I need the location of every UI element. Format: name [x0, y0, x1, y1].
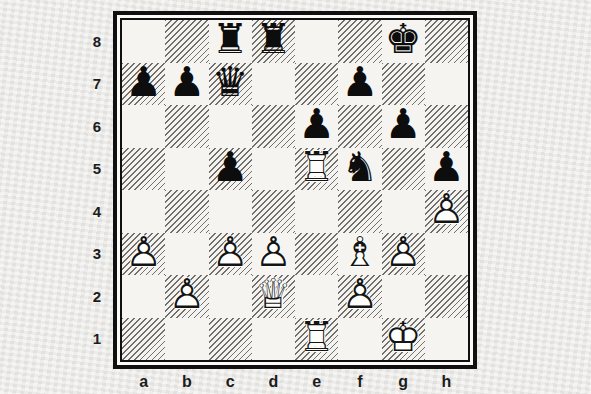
black-king-icon: ♚: [385, 19, 422, 60]
square-d5: [252, 148, 295, 191]
square-a7: ♟: [122, 63, 165, 106]
square-h1: [425, 318, 468, 361]
white-pawn-icon: ♙: [168, 274, 205, 315]
black-king-g8: ♚: [382, 20, 425, 63]
board-frame: ♜♜♚♟♟♛♟♟♟♟♜♖♞♟♟♙♟♙♟♙♟♙♝♗♟♙♟♙♛♕♟♙♜♖♚♔: [113, 11, 477, 369]
square-f8: [338, 20, 381, 63]
square-g1: ♚♔: [382, 318, 425, 361]
white-pawn-fill-icon: ♟: [255, 232, 292, 273]
square-c3: ♟♙: [209, 233, 252, 276]
square-e5: ♜♖: [295, 148, 338, 191]
square-a5: [122, 148, 165, 191]
square-g8: ♚: [382, 20, 425, 63]
square-c6: [209, 105, 252, 148]
white-pawn-fill-icon: ♟: [385, 232, 422, 273]
white-bishop-icon: ♗: [341, 232, 378, 273]
black-pawn-g6: ♟: [382, 105, 425, 148]
file-label-b: b: [165, 371, 208, 393]
square-b5: [165, 148, 208, 191]
square-a8: [122, 20, 165, 63]
white-pawn-fill-icon: ♟: [125, 232, 162, 273]
white-pawn-h4: ♟♙: [425, 190, 468, 233]
white-rook-fill-icon: ♜: [298, 317, 335, 358]
white-pawn-fill-icon: ♟: [341, 274, 378, 315]
scanned-chess-diagram: 87654321 ♜♜♚♟♟♛♟♟♟♟♜♖♞♟♟♙♟♙♟♙♟♙♝♗♟♙♟♙♛♕♟…: [0, 0, 591, 394]
file-label-f: f: [338, 371, 381, 393]
rank-label-6: 6: [84, 105, 110, 148]
square-d1: [252, 318, 295, 361]
white-pawn-fill-icon: ♟: [212, 232, 249, 273]
black-pawn-icon: ♟: [341, 62, 378, 103]
white-pawn-icon: ♙: [212, 232, 249, 273]
square-c7: ♛: [209, 63, 252, 106]
rank-label-4: 4: [84, 190, 110, 233]
square-g4: [382, 190, 425, 233]
square-g5: [382, 148, 425, 191]
white-king-fill-icon: ♚: [385, 317, 422, 358]
black-rook-icon: ♜: [255, 19, 292, 60]
square-b3: [165, 233, 208, 276]
square-f7: ♟: [338, 63, 381, 106]
square-c4: [209, 190, 252, 233]
square-b8: [165, 20, 208, 63]
square-f6: [338, 105, 381, 148]
white-pawn-d3: ♟♙: [252, 233, 295, 276]
square-a2: [122, 275, 165, 318]
square-f2: ♟♙: [338, 275, 381, 318]
square-e7: [295, 63, 338, 106]
white-rook-e1: ♜♖: [295, 318, 338, 361]
white-pawn-fill-icon: ♟: [428, 189, 465, 230]
square-d3: ♟♙: [252, 233, 295, 276]
white-pawn-icon: ♙: [341, 274, 378, 315]
black-pawn-e6: ♟: [295, 105, 338, 148]
white-rook-icon: ♖: [298, 147, 335, 188]
square-a1: [122, 318, 165, 361]
white-pawn-icon: ♙: [255, 232, 292, 273]
white-rook-e5: ♜♖: [295, 148, 338, 191]
square-g7: [382, 63, 425, 106]
square-f3: ♝♗: [338, 233, 381, 276]
white-bishop-f3: ♝♗: [338, 233, 381, 276]
square-e3: [295, 233, 338, 276]
black-rook-d8: ♜: [252, 20, 295, 63]
black-knight-icon: ♞: [341, 147, 378, 188]
white-rook-icon: ♖: [298, 317, 335, 358]
rank-label-3: 3: [84, 233, 110, 276]
rank-label-5: 5: [84, 148, 110, 191]
square-h3: [425, 233, 468, 276]
white-queen-d2: ♛♕: [252, 275, 295, 318]
white-pawn-f2: ♟♙: [338, 275, 381, 318]
black-pawn-icon: ♟: [298, 104, 335, 145]
file-label-d: d: [252, 371, 295, 393]
white-pawn-icon: ♙: [428, 189, 465, 230]
square-a4: [122, 190, 165, 233]
square-f1: [338, 318, 381, 361]
square-d4: [252, 190, 295, 233]
white-queen-icon: ♕: [255, 274, 292, 315]
square-c1: [209, 318, 252, 361]
square-b7: ♟: [165, 63, 208, 106]
black-pawn-icon: ♟: [168, 62, 205, 103]
file-label-c: c: [209, 371, 252, 393]
rank-labels: 87654321: [84, 20, 110, 360]
black-pawn-a7: ♟: [122, 63, 165, 106]
square-h4: ♟♙: [425, 190, 468, 233]
white-pawn-b2: ♟♙: [165, 275, 208, 318]
black-knight-f5: ♞: [338, 148, 381, 191]
square-h6: [425, 105, 468, 148]
black-pawn-icon: ♟: [428, 147, 465, 188]
black-queen-c7: ♛: [209, 63, 252, 106]
black-pawn-h5: ♟: [425, 148, 468, 191]
black-pawn-icon: ♟: [212, 147, 249, 188]
square-h7: [425, 63, 468, 106]
square-d8: ♜: [252, 20, 295, 63]
file-label-e: e: [295, 371, 338, 393]
white-pawn-icon: ♙: [125, 232, 162, 273]
file-label-h: h: [425, 371, 468, 393]
white-pawn-a3: ♟♙: [122, 233, 165, 276]
square-c5: ♟: [209, 148, 252, 191]
square-c2: [209, 275, 252, 318]
black-rook-c8: ♜: [209, 20, 252, 63]
square-d6: [252, 105, 295, 148]
white-king-g1: ♚♔: [382, 318, 425, 361]
square-d2: ♛♕: [252, 275, 295, 318]
square-a6: [122, 105, 165, 148]
file-labels: abcdefgh: [122, 371, 468, 393]
file-label-g: g: [382, 371, 425, 393]
rank-label-1: 1: [84, 318, 110, 361]
square-b6: [165, 105, 208, 148]
square-e1: ♜♖: [295, 318, 338, 361]
white-queen-fill-icon: ♛: [255, 274, 292, 315]
square-c8: ♜: [209, 20, 252, 63]
rank-label-7: 7: [84, 63, 110, 106]
square-e2: [295, 275, 338, 318]
square-d7: [252, 63, 295, 106]
white-rook-fill-icon: ♜: [298, 147, 335, 188]
black-queen-icon: ♛: [212, 62, 249, 103]
white-pawn-g3: ♟♙: [382, 233, 425, 276]
board-grid: ♜♜♚♟♟♛♟♟♟♟♜♖♞♟♟♙♟♙♟♙♟♙♝♗♟♙♟♙♛♕♟♙♜♖♚♔: [120, 18, 470, 362]
square-g2: [382, 275, 425, 318]
black-pawn-icon: ♟: [125, 62, 162, 103]
black-pawn-c5: ♟: [209, 148, 252, 191]
black-rook-icon: ♜: [212, 19, 249, 60]
square-h2: [425, 275, 468, 318]
square-a3: ♟♙: [122, 233, 165, 276]
square-b2: ♟♙: [165, 275, 208, 318]
square-e6: ♟: [295, 105, 338, 148]
square-g3: ♟♙: [382, 233, 425, 276]
rank-label-2: 2: [84, 275, 110, 318]
square-e8: [295, 20, 338, 63]
square-f5: ♞: [338, 148, 381, 191]
file-label-a: a: [122, 371, 165, 393]
square-g6: ♟: [382, 105, 425, 148]
black-pawn-f7: ♟: [338, 63, 381, 106]
white-bishop-fill-icon: ♝: [341, 232, 378, 273]
square-h5: ♟: [425, 148, 468, 191]
square-e4: [295, 190, 338, 233]
white-king-icon: ♔: [385, 317, 422, 358]
square-f4: [338, 190, 381, 233]
white-pawn-icon: ♙: [385, 232, 422, 273]
white-pawn-fill-icon: ♟: [168, 274, 205, 315]
black-pawn-b7: ♟: [165, 63, 208, 106]
square-h8: [425, 20, 468, 63]
black-pawn-icon: ♟: [385, 104, 422, 145]
square-b4: [165, 190, 208, 233]
white-pawn-c3: ♟♙: [209, 233, 252, 276]
rank-label-8: 8: [84, 20, 110, 63]
square-b1: [165, 318, 208, 361]
